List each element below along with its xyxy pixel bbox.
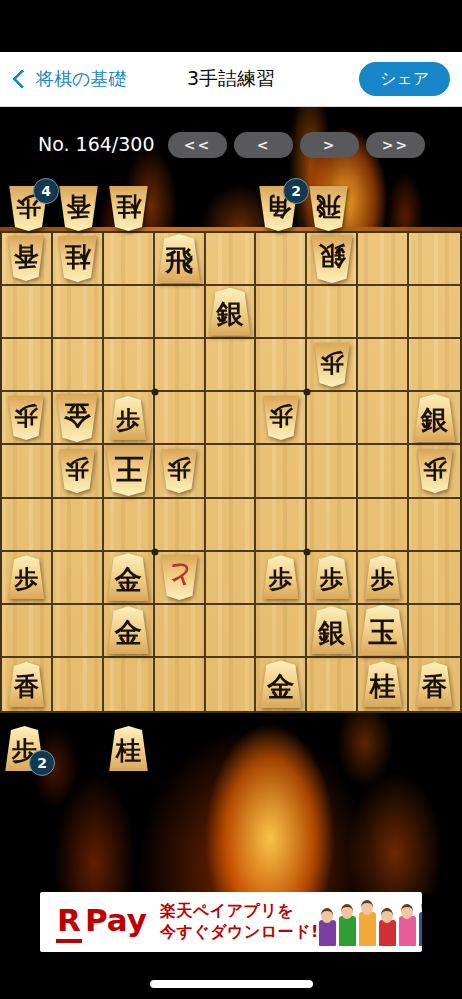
- shogi-piece-sente[interactable]: 歩: [109, 396, 147, 440]
- board-cell[interactable]: [409, 286, 460, 339]
- shogi-piece-sente[interactable]: 銀: [208, 288, 252, 336]
- board-cell[interactable]: 金: [104, 552, 155, 605]
- shogi-board: 香桂飛銀銀歩歩金歩歩銀歩王歩歩歩金と歩歩歩金銀玉香金桂香: [0, 231, 462, 713]
- board-cell[interactable]: 飛: [155, 233, 206, 286]
- board-cell[interactable]: [53, 339, 104, 392]
- board-cell[interactable]: [358, 339, 409, 392]
- board-cell[interactable]: [307, 286, 358, 339]
- hoshi-dot: [151, 389, 158, 396]
- shogi-piece-gote[interactable]: 歩: [262, 396, 300, 440]
- logo-pay: Pay: [85, 902, 147, 938]
- piece-kanji: 銀: [318, 243, 345, 270]
- board-cell[interactable]: [206, 392, 257, 445]
- board-cell[interactable]: [155, 605, 206, 658]
- board-cell[interactable]: [53, 658, 104, 711]
- piece-kanji: 香: [14, 244, 39, 269]
- board-cell[interactable]: [155, 286, 206, 339]
- shogi-piece-gote[interactable]: 歩: [58, 449, 96, 493]
- board-cell[interactable]: 王: [104, 445, 155, 498]
- piece-kanji: 金: [115, 619, 142, 646]
- board-cell[interactable]: 金: [256, 658, 307, 711]
- board-cell[interactable]: 歩: [2, 552, 53, 605]
- count-badge: 4: [33, 178, 59, 204]
- board-cell[interactable]: と: [155, 552, 206, 605]
- shogi-piece-sente[interactable]: 香: [7, 662, 45, 707]
- board-cell[interactable]: 歩: [409, 445, 460, 498]
- piece-kanji: 歩: [320, 351, 344, 375]
- shogi-piece-sente[interactable]: 銀: [413, 394, 457, 442]
- board-cell[interactable]: 歩: [256, 552, 307, 605]
- last-problem-button[interactable]: >>: [366, 132, 425, 158]
- board-cell[interactable]: 銀: [409, 392, 460, 445]
- piece-kanji: 歩: [14, 404, 38, 428]
- board-cell[interactable]: [256, 605, 307, 658]
- ad-person-figure: [319, 920, 336, 946]
- board-cell[interactable]: [206, 552, 257, 605]
- shogi-piece-sente[interactable]: 桂: [108, 726, 149, 771]
- board-cell[interactable]: [256, 445, 307, 498]
- board-cell[interactable]: [104, 658, 155, 711]
- board-cell[interactable]: 歩: [155, 445, 206, 498]
- board-cell[interactable]: [307, 658, 358, 711]
- board-cell[interactable]: [206, 499, 257, 552]
- board-cell[interactable]: 歩: [104, 392, 155, 445]
- shogi-piece-sente[interactable]: 歩: [364, 555, 402, 599]
- hand-piece-gote[interactable]: 歩4: [8, 186, 49, 231]
- ad-people-illustration: [319, 898, 422, 946]
- board-cell[interactable]: 歩: [307, 339, 358, 392]
- board-cell[interactable]: [2, 605, 53, 658]
- board-cell[interactable]: [307, 392, 358, 445]
- ad-banner[interactable]: R Pay 楽天ペイアプリを 今すぐダウンロード!: [40, 892, 422, 952]
- shogi-piece-gote[interactable]: 歩: [7, 396, 45, 440]
- piece-kanji: 香: [66, 194, 91, 219]
- ad-person-figure: [359, 912, 376, 946]
- hand-piece-sente[interactable]: 桂: [108, 726, 149, 771]
- count-badge: 2: [29, 750, 55, 776]
- piece-kanji: 歩: [14, 567, 38, 591]
- ad-text-line2: 今すぐダウンロード!: [160, 922, 319, 943]
- board-cell[interactable]: [53, 499, 104, 552]
- piece-kanji: と: [166, 563, 192, 588]
- fire-background-lower: [0, 713, 462, 893]
- piece-kanji: 歩: [269, 404, 293, 428]
- board-cell[interactable]: [206, 445, 257, 498]
- shogi-piece-sente[interactable]: 香: [416, 662, 454, 707]
- app-screen: 将棋の基礎 3手詰練習 シェア No. 164/300 << < > >> 歩4…: [0, 0, 462, 999]
- board-cell[interactable]: [206, 605, 257, 658]
- piece-kanji: 飛: [165, 247, 193, 275]
- board-cell[interactable]: 歩: [2, 392, 53, 445]
- board-cell[interactable]: [104, 499, 155, 552]
- piece-kanji: 歩: [116, 408, 140, 432]
- piece-kanji: 歩: [371, 567, 395, 591]
- piece-kanji: 桂: [64, 244, 90, 270]
- board-cell[interactable]: 桂: [53, 233, 104, 286]
- board-cell[interactable]: [53, 286, 104, 339]
- board-cell[interactable]: [307, 445, 358, 498]
- shogi-piece-sente[interactable]: 金: [106, 606, 150, 654]
- piece-kanji: 桂: [370, 673, 396, 699]
- board-cell[interactable]: [155, 499, 206, 552]
- board-cell[interactable]: [409, 233, 460, 286]
- shogi-piece-gote[interactable]: 香: [7, 236, 45, 281]
- board-cell[interactable]: 銀: [206, 286, 257, 339]
- hoshi-dot: [304, 548, 311, 555]
- hand-piece-gote[interactable]: 香: [58, 186, 99, 231]
- board-cell[interactable]: 香: [2, 658, 53, 711]
- board-cell[interactable]: 歩: [53, 445, 104, 498]
- piece-kanji: 香: [14, 674, 39, 699]
- piece-kanji: 銀: [421, 406, 448, 433]
- board-cell[interactable]: [104, 233, 155, 286]
- board-cell[interactable]: [256, 499, 307, 552]
- hand-piece-gote[interactable]: 桂: [108, 186, 149, 231]
- shogi-piece-sente[interactable]: 歩: [262, 555, 300, 599]
- hand-piece-gote[interactable]: 飛: [308, 186, 349, 231]
- hoshi-dot: [151, 548, 158, 555]
- board-cell[interactable]: [409, 339, 460, 392]
- board-cell[interactable]: [53, 605, 104, 658]
- previous-problem-button[interactable]: <: [234, 132, 293, 158]
- ad-text-line1: 楽天ペイアプリを: [160, 901, 319, 922]
- board-cell[interactable]: [307, 499, 358, 552]
- shogi-piece-gote[interactable]: 金: [55, 394, 99, 442]
- shogi-piece-gote[interactable]: と: [160, 555, 199, 600]
- board-cell[interactable]: [358, 392, 409, 445]
- ad-person-figure: [399, 916, 416, 946]
- piece-kanji: 歩: [423, 457, 447, 481]
- ad-person-figure: [339, 916, 356, 946]
- board-cell[interactable]: [155, 339, 206, 392]
- piece-kanji: 玉: [368, 618, 397, 647]
- board-cell[interactable]: [358, 445, 409, 498]
- board-cell[interactable]: [155, 658, 206, 711]
- shogi-piece-sente[interactable]: 金: [259, 660, 303, 708]
- first-problem-button[interactable]: <<: [168, 132, 227, 158]
- board-cell[interactable]: [256, 233, 307, 286]
- board-cell[interactable]: 金: [53, 392, 104, 445]
- piece-kanji: 歩: [65, 457, 89, 481]
- board-cell[interactable]: 銀: [307, 233, 358, 286]
- navigation-bar: 将棋の基礎 3手詰練習 シェア: [0, 52, 462, 107]
- board-cell[interactable]: 銀: [307, 605, 358, 658]
- shogi-piece-sente[interactable]: 金: [106, 553, 150, 601]
- piece-kanji: 桂: [116, 194, 141, 219]
- shogi-piece-sente[interactable]: 飛: [157, 234, 202, 283]
- piece-kanji: 香: [422, 674, 447, 699]
- count-badge: 2: [283, 178, 309, 204]
- board-cell[interactable]: [206, 339, 257, 392]
- board-cell[interactable]: 歩: [307, 552, 358, 605]
- piece-kanji: 歩: [167, 457, 191, 481]
- piece-kanji: 金: [64, 402, 91, 429]
- board-cell[interactable]: 桂: [358, 658, 409, 711]
- rakuten-pay-logo: R Pay: [56, 902, 147, 943]
- piece-kanji: 歩: [269, 567, 293, 591]
- piece-kanji: 金: [115, 566, 142, 593]
- piece-kanji: 桂: [116, 738, 141, 763]
- board-cell[interactable]: [256, 286, 307, 339]
- next-problem-button[interactable]: >: [300, 132, 359, 158]
- board-cell[interactable]: [104, 286, 155, 339]
- share-button[interactable]: シェア: [359, 62, 450, 96]
- board-cell[interactable]: [2, 339, 53, 392]
- piece-kanji: 銀: [216, 300, 243, 327]
- board-cell[interactable]: [2, 286, 53, 339]
- hoshi-dot: [304, 389, 311, 396]
- shogi-piece-sente[interactable]: 歩: [7, 555, 45, 599]
- logo-r: R: [56, 902, 82, 943]
- board-cell[interactable]: 歩: [358, 552, 409, 605]
- board-cell[interactable]: [2, 499, 53, 552]
- board-cell[interactable]: [358, 286, 409, 339]
- shogi-piece-gote[interactable]: 桂: [108, 186, 149, 231]
- shogi-piece-gote[interactable]: 王: [104, 445, 153, 496]
- board-cell[interactable]: [206, 658, 257, 711]
- board-cell[interactable]: 香: [409, 658, 460, 711]
- board-cell[interactable]: [155, 392, 206, 445]
- shogi-piece-sente[interactable]: 玉: [358, 605, 407, 656]
- shogi-piece-sente[interactable]: 桂: [362, 661, 403, 707]
- board-cell[interactable]: [409, 552, 460, 605]
- board-cell[interactable]: [358, 233, 409, 286]
- ad-person-figure: [419, 912, 422, 946]
- shogi-piece-gote[interactable]: 歩: [313, 343, 351, 387]
- ad-text: 楽天ペイアプリを 今すぐダウンロード!: [160, 901, 319, 943]
- problem-number: No. 164/300: [38, 133, 155, 155]
- board-cell[interactable]: [409, 605, 460, 658]
- board-cell[interactable]: [358, 499, 409, 552]
- board-cell[interactable]: [256, 339, 307, 392]
- shogi-piece-gote[interactable]: 飛: [308, 186, 349, 231]
- status-bar: [0, 0, 462, 52]
- home-indicator[interactable]: [150, 980, 313, 988]
- shogi-piece-sente[interactable]: 銀: [310, 606, 354, 654]
- shogi-piece-gote[interactable]: 銀: [310, 235, 354, 283]
- board-cell[interactable]: [409, 499, 460, 552]
- piece-kanji: 王: [114, 454, 143, 483]
- ad-person-figure: [379, 920, 396, 946]
- piece-kanji: 銀: [318, 619, 345, 646]
- board-cell[interactable]: 金: [104, 605, 155, 658]
- board-cell[interactable]: [206, 233, 257, 286]
- shogi-piece-gote[interactable]: 歩: [160, 449, 198, 493]
- hand-piece-sente[interactable]: 歩2: [4, 726, 45, 771]
- board-cell[interactable]: 歩: [256, 392, 307, 445]
- hand-piece-gote[interactable]: 角2: [258, 186, 299, 231]
- board-cell[interactable]: 香: [2, 233, 53, 286]
- board-cell[interactable]: 玉: [358, 605, 409, 658]
- shogi-piece-gote[interactable]: 歩: [416, 449, 454, 493]
- shogi-piece-gote[interactable]: 桂: [57, 236, 98, 282]
- piece-kanji: 歩: [320, 567, 344, 591]
- piece-kanji: 金: [267, 673, 294, 700]
- board-cell[interactable]: [53, 552, 104, 605]
- piece-kanji: 飛: [316, 194, 341, 219]
- board-cell[interactable]: [104, 339, 155, 392]
- shogi-piece-sente[interactable]: 歩: [313, 555, 351, 599]
- shogi-piece-gote[interactable]: 香: [58, 186, 99, 231]
- board-cell[interactable]: [2, 445, 53, 498]
